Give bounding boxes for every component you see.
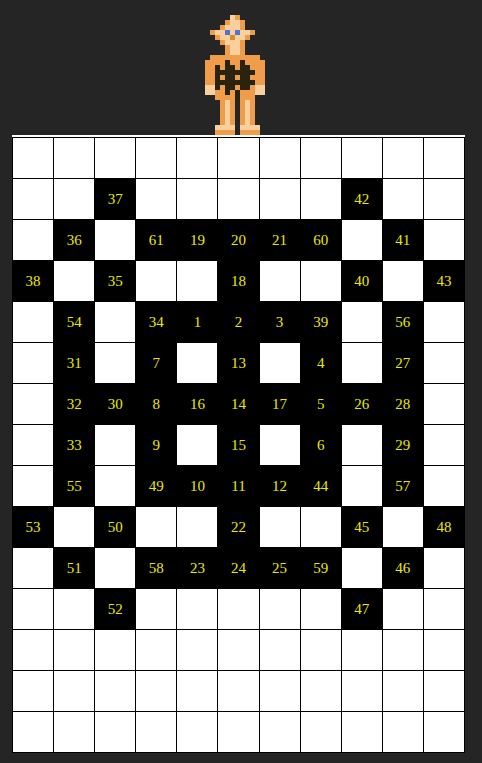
grid-cell[interactable] [301, 507, 341, 547]
grid-cell[interactable] [218, 671, 258, 711]
grid-cell-number-33[interactable]: 33 [54, 425, 94, 465]
grid-cell-number-44[interactable]: 44 [301, 466, 341, 506]
grid-cell[interactable] [260, 343, 300, 383]
grid-cell-number-57[interactable]: 57 [383, 466, 423, 506]
grid-cell[interactable] [342, 138, 382, 178]
grid-cell-number-35[interactable]: 35 [95, 261, 135, 301]
grid-cell-number-3[interactable]: 3 [260, 302, 300, 342]
grid-cell[interactable] [301, 589, 341, 629]
grid-cell[interactable] [177, 712, 217, 752]
grid-cell-number-1[interactable]: 1 [177, 302, 217, 342]
grid-cell[interactable] [218, 630, 258, 670]
grid-cell-number-12[interactable]: 12 [260, 466, 300, 506]
grid-cell[interactable] [13, 712, 53, 752]
grid-cell[interactable] [342, 302, 382, 342]
grid-cell[interactable] [177, 425, 217, 465]
grid-cell[interactable] [218, 712, 258, 752]
grid-cell[interactable] [136, 507, 176, 547]
mascot-figure [205, 15, 265, 135]
grid-cell[interactable] [260, 138, 300, 178]
grid-cell[interactable] [13, 384, 53, 424]
grid-cell[interactable] [177, 671, 217, 711]
grid-cell-number-20[interactable]: 20 [218, 220, 258, 260]
grid-cell[interactable] [342, 630, 382, 670]
grid-cell[interactable] [342, 220, 382, 260]
grid-cell[interactable] [95, 138, 135, 178]
grid-cell-number-25[interactable]: 25 [260, 548, 300, 588]
grid-cell-number-23[interactable]: 23 [177, 548, 217, 588]
grid-cell-number-28[interactable]: 28 [383, 384, 423, 424]
grid-cell[interactable] [95, 712, 135, 752]
grid-cell-number-59[interactable]: 59 [301, 548, 341, 588]
grid-cell[interactable] [95, 302, 135, 342]
grid-cell[interactable] [95, 548, 135, 588]
grid-cell[interactable] [383, 179, 423, 219]
grid-cell[interactable] [177, 630, 217, 670]
grid-cell[interactable] [13, 630, 53, 670]
grid-cell[interactable] [424, 630, 464, 670]
grid-cell[interactable] [136, 138, 176, 178]
grid-cell[interactable] [424, 548, 464, 588]
grid-cell[interactable] [95, 630, 135, 670]
grid-cell[interactable] [424, 179, 464, 219]
grid-cell-number-32[interactable]: 32 [54, 384, 94, 424]
grid-cell-number-17[interactable]: 17 [260, 384, 300, 424]
grid-cell[interactable] [383, 138, 423, 178]
grid-cell[interactable] [301, 261, 341, 301]
grid-cell[interactable] [13, 589, 53, 629]
grid-cell[interactable] [13, 466, 53, 506]
grid-cell[interactable] [260, 261, 300, 301]
grid-cell-number-24[interactable]: 24 [218, 548, 258, 588]
grid-cell[interactable] [13, 548, 53, 588]
grid-cell[interactable] [424, 712, 464, 752]
grid-cell[interactable] [13, 671, 53, 711]
grid-cell-number-34[interactable]: 34 [136, 302, 176, 342]
grid-cell-number-39[interactable]: 39 [301, 302, 341, 342]
grid-cell[interactable] [54, 712, 94, 752]
grid-cell[interactable] [383, 630, 423, 670]
grid-cell-number-29[interactable]: 29 [383, 425, 423, 465]
grid-cell[interactable] [95, 220, 135, 260]
grid-cell-number-22[interactable]: 22 [218, 507, 258, 547]
grid-cell[interactable] [13, 425, 53, 465]
grid-cell[interactable] [136, 712, 176, 752]
grid-cell-number-55[interactable]: 55 [54, 466, 94, 506]
grid-cell[interactable] [136, 589, 176, 629]
grid-cell[interactable] [13, 220, 53, 260]
grid-cell-number-51[interactable]: 51 [54, 548, 94, 588]
grid-cell-number-54[interactable]: 54 [54, 302, 94, 342]
grid-cell-number-50[interactable]: 50 [95, 507, 135, 547]
grid-cell[interactable] [342, 712, 382, 752]
grid-cell[interactable] [136, 261, 176, 301]
grid-cell[interactable] [383, 589, 423, 629]
grid-cell[interactable] [260, 712, 300, 752]
grid-cell-number-49[interactable]: 49 [136, 466, 176, 506]
grid-cell[interactable] [177, 343, 217, 383]
grid-cell-number-40[interactable]: 40 [342, 261, 382, 301]
grid-cell-number-21[interactable]: 21 [260, 220, 300, 260]
grid-cell[interactable] [136, 630, 176, 670]
grid-cell-number-18[interactable]: 18 [218, 261, 258, 301]
grid-cell-number-41[interactable]: 41 [383, 220, 423, 260]
grid-cell[interactable] [177, 507, 217, 547]
grid-cell-number-36[interactable]: 36 [54, 220, 94, 260]
grid-cell-number-45[interactable]: 45 [342, 507, 382, 547]
grid-cell-number-52[interactable]: 52 [95, 589, 135, 629]
grid-cell[interactable] [218, 138, 258, 178]
grid-cell[interactable] [301, 630, 341, 670]
grid-cell[interactable] [95, 425, 135, 465]
grid-cell[interactable] [177, 179, 217, 219]
grid-cell[interactable] [301, 138, 341, 178]
grid-cell-number-37[interactable]: 37 [95, 179, 135, 219]
grid-cell[interactable] [424, 466, 464, 506]
grid-cell[interactable] [424, 220, 464, 260]
grid-cell-number-11[interactable]: 11 [218, 466, 258, 506]
grid-cell-number-42[interactable]: 42 [342, 179, 382, 219]
grid-cell-number-53[interactable]: 53 [13, 507, 53, 547]
grid-cell[interactable] [13, 343, 53, 383]
grid-cell[interactable] [54, 589, 94, 629]
grid-cell[interactable] [13, 138, 53, 178]
grid-cell[interactable] [383, 671, 423, 711]
grid-cell[interactable] [218, 179, 258, 219]
grid-cell[interactable] [383, 261, 423, 301]
grid-cell-number-47[interactable]: 47 [342, 589, 382, 629]
grid-cell[interactable] [260, 179, 300, 219]
grid-cell-number-30[interactable]: 30 [95, 384, 135, 424]
grid-cell[interactable] [383, 507, 423, 547]
grid-cell[interactable] [54, 507, 94, 547]
grid-cell[interactable] [342, 671, 382, 711]
grid-cell[interactable] [424, 138, 464, 178]
grid-cell[interactable] [260, 589, 300, 629]
grid-cell-number-15[interactable]: 15 [218, 425, 258, 465]
grid-cell[interactable] [136, 179, 176, 219]
grid-cell[interactable] [95, 343, 135, 383]
grid-cell[interactable] [177, 589, 217, 629]
grid-cell[interactable] [95, 671, 135, 711]
grid-cell-number-16[interactable]: 16 [177, 384, 217, 424]
grid-cell-number-38[interactable]: 38 [13, 261, 53, 301]
grid-cell[interactable] [260, 671, 300, 711]
grid-cell-number-13[interactable]: 13 [218, 343, 258, 383]
grid-cell[interactable] [342, 343, 382, 383]
grid-cell-number-2[interactable]: 2 [218, 302, 258, 342]
grid-cell-number-7[interactable]: 7 [136, 343, 176, 383]
grid-cell[interactable] [54, 671, 94, 711]
grid-cell[interactable] [342, 466, 382, 506]
grid-cell[interactable] [383, 712, 423, 752]
grid-cell[interactable] [260, 630, 300, 670]
grid-cell-number-46[interactable]: 46 [383, 548, 423, 588]
grid-cell-number-61[interactable]: 61 [136, 220, 176, 260]
grid-cell[interactable] [424, 302, 464, 342]
grid-cell-number-8[interactable]: 8 [136, 384, 176, 424]
grid-cell[interactable] [301, 712, 341, 752]
puzzle-grid: 3742366119202160413835184043543412339563… [12, 135, 465, 753]
grid-cell-number-14[interactable]: 14 [218, 384, 258, 424]
grid-cell-number-6[interactable]: 6 [301, 425, 341, 465]
grid-cell[interactable] [424, 425, 464, 465]
grid-cell[interactable] [301, 671, 341, 711]
grid-cell-number-60[interactable]: 60 [301, 220, 341, 260]
grid-cell[interactable] [424, 589, 464, 629]
grid-cell-number-58[interactable]: 58 [136, 548, 176, 588]
grid-cell[interactable] [260, 425, 300, 465]
grid-cell[interactable] [13, 302, 53, 342]
grid-cell[interactable] [54, 630, 94, 670]
grid-cell[interactable] [342, 548, 382, 588]
grid-cell[interactable] [13, 179, 53, 219]
grid-cell[interactable] [260, 507, 300, 547]
grid-cell[interactable] [177, 138, 217, 178]
grid-cell-number-9[interactable]: 9 [136, 425, 176, 465]
grid-cell-number-56[interactable]: 56 [383, 302, 423, 342]
grid-cell[interactable] [342, 425, 382, 465]
grid-cell-number-31[interactable]: 31 [54, 343, 94, 383]
grid-cell[interactable] [54, 261, 94, 301]
grid-cell[interactable] [424, 343, 464, 383]
grid-cell[interactable] [218, 589, 258, 629]
grid-cell-number-19[interactable]: 19 [177, 220, 217, 260]
grid-cell[interactable] [136, 671, 176, 711]
grid-cell[interactable] [95, 466, 135, 506]
grid-cell[interactable] [54, 138, 94, 178]
grid-cell[interactable] [177, 261, 217, 301]
grid-cell-number-4[interactable]: 4 [301, 343, 341, 383]
grid-cell-number-48[interactable]: 48 [424, 507, 464, 547]
grid-cell[interactable] [424, 384, 464, 424]
grid-cell-number-27[interactable]: 27 [383, 343, 423, 383]
grid-cell[interactable] [424, 671, 464, 711]
grid-cell-number-43[interactable]: 43 [424, 261, 464, 301]
grid-cell-number-10[interactable]: 10 [177, 466, 217, 506]
grid-cell-number-26[interactable]: 26 [342, 384, 382, 424]
grid-cell-number-5[interactable]: 5 [301, 384, 341, 424]
grid-cell[interactable] [301, 179, 341, 219]
grid-cell[interactable] [54, 179, 94, 219]
